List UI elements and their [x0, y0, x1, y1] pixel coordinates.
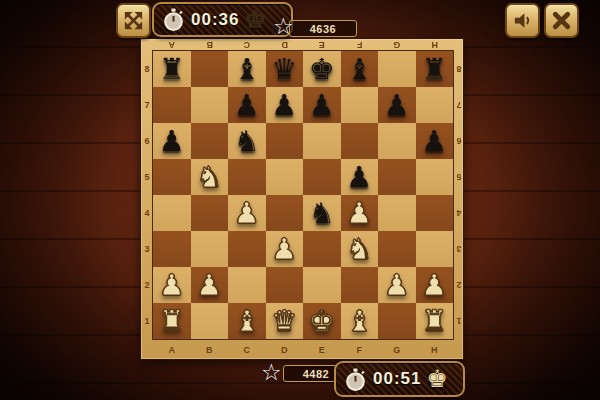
square-d2[interactable] [266, 267, 304, 303]
square-h6[interactable]: ♟ [416, 123, 454, 159]
square-b2[interactable]: ♟ [191, 267, 229, 303]
rank-label-3-left: 3 [141, 231, 153, 267]
file-label-a-bottom: A [153, 340, 191, 359]
square-d1[interactable]: ♛ [266, 303, 304, 339]
square-a3[interactable] [153, 231, 191, 267]
square-f5[interactable]: ♟ [341, 159, 379, 195]
square-h8[interactable]: ♜ [416, 51, 454, 87]
file-label-h-top: H [416, 39, 454, 51]
square-f6[interactable] [341, 123, 379, 159]
square-b8[interactable] [191, 51, 229, 87]
piece-white-pawn: ♟ [346, 199, 372, 228]
rank-labels-left: 87654321 [141, 51, 153, 339]
square-f7[interactable] [341, 87, 379, 123]
piece-black-pawn: ♟ [159, 127, 185, 156]
square-g4[interactable] [378, 195, 416, 231]
square-a1[interactable]: ♜ [153, 303, 191, 339]
chess-board: ABCDEFGH ABCDEFGH 87654321 87654321 ♜♝♛♚… [140, 38, 464, 360]
square-g3[interactable] [378, 231, 416, 267]
rank-label-2-right: 2 [453, 267, 465, 303]
piece-white-pawn: ♟ [159, 271, 185, 300]
square-c1[interactable]: ♝ [228, 303, 266, 339]
file-label-c-top: C [228, 39, 266, 51]
piece-black-bishop: ♝ [234, 55, 260, 84]
square-g2[interactable]: ♟ [378, 267, 416, 303]
square-e3[interactable] [303, 231, 341, 267]
rank-label-3-right: 3 [453, 231, 465, 267]
close-button[interactable] [544, 3, 579, 38]
piece-white-pawn: ♟ [234, 199, 260, 228]
piece-black-queen: ♛ [271, 55, 297, 84]
stopwatch-icon [161, 7, 186, 32]
piece-white-pawn: ♟ [271, 235, 297, 264]
piece-black-pawn: ♟ [346, 163, 372, 192]
piece-black-king: ♚ [309, 55, 335, 84]
piece-white-pawn: ♟ [196, 271, 222, 300]
piece-black-pawn: ♟ [421, 127, 447, 156]
square-e5[interactable] [303, 159, 341, 195]
square-e2[interactable] [303, 267, 341, 303]
square-e1[interactable]: ♚ [303, 303, 341, 339]
piece-white-pawn: ♟ [421, 271, 447, 300]
square-b3[interactable] [191, 231, 229, 267]
square-c4[interactable]: ♟ [228, 195, 266, 231]
square-b7[interactable] [191, 87, 229, 123]
black-rating-value: 4636 [310, 23, 336, 35]
square-e6[interactable] [303, 123, 341, 159]
square-f1[interactable]: ♝ [341, 303, 379, 339]
square-a8[interactable]: ♜ [153, 51, 191, 87]
square-h1[interactable]: ♜ [416, 303, 454, 339]
square-f2[interactable] [341, 267, 379, 303]
expand-arrows-icon [122, 9, 145, 32]
piece-black-pawn: ♟ [234, 91, 260, 120]
square-h2[interactable]: ♟ [416, 267, 454, 303]
square-c2[interactable] [228, 267, 266, 303]
piece-black-knight: ♞ [309, 199, 335, 228]
square-e8[interactable]: ♚ [303, 51, 341, 87]
game-stage: 00:36 ♚ 4636 ☆ ABCDEFGH ABCDEFGH 8765432… [0, 0, 600, 400]
square-g8[interactable] [378, 51, 416, 87]
rank-label-4-left: 4 [141, 195, 153, 231]
square-a4[interactable] [153, 195, 191, 231]
square-c8[interactable]: ♝ [228, 51, 266, 87]
square-a6[interactable]: ♟ [153, 123, 191, 159]
square-f4[interactable]: ♟ [341, 195, 379, 231]
square-b1[interactable] [191, 303, 229, 339]
file-label-d-bottom: D [266, 340, 304, 359]
square-c6[interactable]: ♞ [228, 123, 266, 159]
rank-label-8-right: 8 [453, 51, 465, 87]
sound-button[interactable] [505, 3, 540, 38]
file-label-e-bottom: E [303, 340, 341, 359]
rank-label-6-left: 6 [141, 123, 153, 159]
rank-label-5-right: 5 [453, 159, 465, 195]
white-king-icon: ♚ [426, 367, 448, 391]
rank-label-4-right: 4 [453, 195, 465, 231]
file-label-c-bottom: C [228, 340, 266, 359]
fullscreen-button[interactable] [116, 3, 151, 38]
square-a7[interactable] [153, 87, 191, 123]
white-clock-panel: 00:51 ♚ [334, 361, 465, 397]
square-g6[interactable] [378, 123, 416, 159]
rank-label-7-left: 7 [141, 87, 153, 123]
rank-label-6-right: 6 [453, 123, 465, 159]
piece-white-queen: ♛ [271, 307, 297, 336]
square-g1[interactable] [378, 303, 416, 339]
star-icon: ☆ [273, 15, 294, 38]
square-h7[interactable] [416, 87, 454, 123]
square-d5[interactable] [266, 159, 304, 195]
file-label-f-top: F [341, 39, 379, 51]
file-label-b-bottom: B [191, 340, 229, 359]
piece-white-king: ♚ [309, 307, 335, 336]
piece-black-rook: ♜ [421, 55, 447, 84]
square-h4[interactable] [416, 195, 454, 231]
file-label-f-bottom: F [341, 340, 379, 359]
stopwatch-icon [343, 367, 368, 392]
file-labels-bottom: ABCDEFGH [153, 340, 453, 359]
square-d3[interactable]: ♟ [266, 231, 304, 267]
square-d8[interactable]: ♛ [266, 51, 304, 87]
speaker-icon [511, 9, 534, 32]
square-h5[interactable] [416, 159, 454, 195]
piece-black-pawn: ♟ [309, 91, 335, 120]
white-rating-value: 4482 [303, 368, 329, 380]
piece-white-rook: ♜ [421, 307, 447, 336]
square-c7[interactable]: ♟ [228, 87, 266, 123]
square-f8[interactable]: ♝ [341, 51, 379, 87]
rank-labels-right: 87654321 [453, 51, 465, 339]
piece-white-rook: ♜ [159, 307, 185, 336]
square-c5[interactable] [228, 159, 266, 195]
square-c3[interactable] [228, 231, 266, 267]
black-clock-panel: 00:36 ♚ [152, 2, 293, 37]
piece-white-pawn: ♟ [384, 271, 410, 300]
black-rating-strip: 4636 [289, 20, 357, 37]
square-d6[interactable] [266, 123, 304, 159]
rank-label-1-right: 1 [453, 303, 465, 339]
file-label-g-top: G [378, 39, 416, 51]
rank-label-1-left: 1 [141, 303, 153, 339]
square-e4[interactable]: ♞ [303, 195, 341, 231]
square-a2[interactable]: ♟ [153, 267, 191, 303]
piece-black-bishop: ♝ [346, 55, 372, 84]
black-king-icon: ♚ [244, 8, 266, 32]
file-label-e-top: E [303, 39, 341, 51]
file-label-d-top: D [266, 39, 304, 51]
square-g7[interactable]: ♟ [378, 87, 416, 123]
piece-white-bishop: ♝ [346, 307, 372, 336]
star-icon: ☆ [261, 361, 282, 384]
rank-label-8-left: 8 [141, 51, 153, 87]
rank-label-5-left: 5 [141, 159, 153, 195]
file-label-g-bottom: G [378, 340, 416, 359]
piece-black-pawn: ♟ [271, 91, 297, 120]
square-a5[interactable] [153, 159, 191, 195]
piece-black-pawn: ♟ [384, 91, 410, 120]
square-b6[interactable] [191, 123, 229, 159]
square-b4[interactable] [191, 195, 229, 231]
piece-black-knight: ♞ [234, 127, 260, 156]
file-label-a-top: A [153, 39, 191, 51]
file-label-b-top: B [191, 39, 229, 51]
square-h3[interactable] [416, 231, 454, 267]
rank-label-2-left: 2 [141, 267, 153, 303]
file-labels-top: ABCDEFGH [153, 39, 453, 51]
square-f3[interactable]: ♞ [341, 231, 379, 267]
square-b5[interactable]: ♞ [191, 159, 229, 195]
square-d7[interactable]: ♟ [266, 87, 304, 123]
square-e7[interactable]: ♟ [303, 87, 341, 123]
board-grid: ♜♝♛♚♝♜♟♟♟♟♟♞♟♞♟♟♞♟♟♞♟♟♟♟♜♝♛♚♝♜ [153, 51, 453, 339]
close-x-icon [550, 9, 573, 32]
square-g5[interactable] [378, 159, 416, 195]
white-clock-time: 00:51 [373, 369, 421, 389]
black-clock-time: 00:36 [191, 10, 239, 30]
rank-label-7-right: 7 [453, 87, 465, 123]
file-label-h-bottom: H [416, 340, 454, 359]
piece-white-bishop: ♝ [234, 307, 260, 336]
piece-black-rook: ♜ [159, 55, 185, 84]
piece-white-knight: ♞ [346, 235, 372, 264]
piece-white-knight: ♞ [196, 163, 222, 192]
square-d4[interactable] [266, 195, 304, 231]
